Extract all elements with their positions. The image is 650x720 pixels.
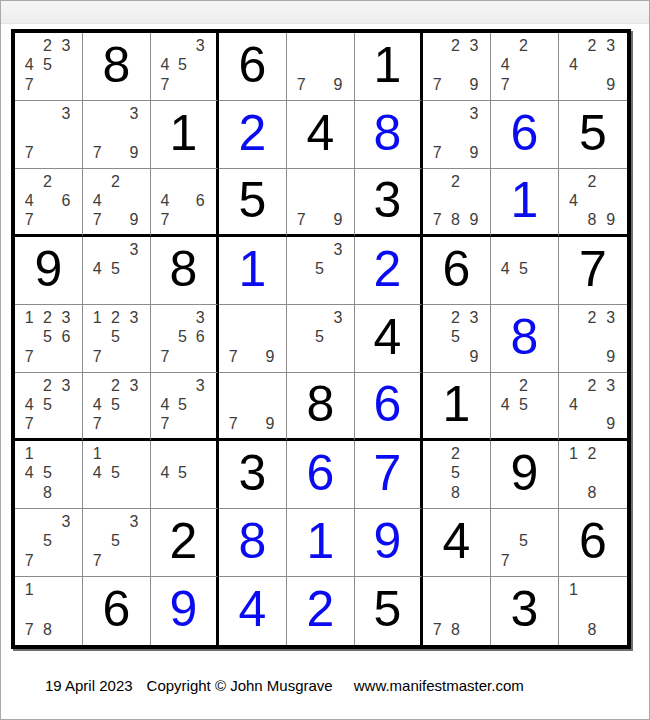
candidate-digit: 7: [428, 143, 446, 163]
candidate-digit: 3: [57, 104, 75, 124]
candidate-digit: 7: [20, 551, 38, 571]
candidate-digit: 8: [583, 620, 602, 640]
candidate-digit: 7: [20, 414, 38, 433]
cell-r5c7[interactable]: 2359: [423, 305, 491, 373]
candidate-digit: 4: [20, 56, 38, 76]
candidate-digit: 9: [261, 347, 279, 367]
cell-r2c9[interactable]: 5: [559, 101, 627, 169]
given-digit: 5: [579, 108, 607, 158]
candidate-digit: 5: [174, 328, 192, 348]
candidate-digit: 6: [57, 328, 75, 348]
candidates-grid: 79: [287, 169, 354, 234]
candidates-grid: 35: [287, 305, 354, 372]
cell-r5c6[interactable]: 4: [355, 305, 423, 373]
cell-r3c6[interactable]: 3: [355, 169, 423, 237]
cell-r8c3[interactable]: 2: [151, 509, 219, 577]
candidate-digit: 1: [88, 444, 106, 464]
candidates-grid: 467: [151, 169, 216, 234]
candidate-digit: 7: [20, 210, 38, 229]
candidates-grid: 23457: [83, 373, 150, 438]
candidate-digit: 2: [583, 444, 602, 464]
candidates-grid: 79: [287, 33, 354, 100]
candidate-digit: 3: [57, 308, 75, 328]
solved-digit: 2: [374, 244, 402, 294]
candidates-grid: 145: [83, 441, 150, 508]
solved-digit: 1: [307, 516, 335, 566]
candidate-digit: 2: [446, 172, 464, 191]
candidate-digit: 7: [88, 347, 106, 367]
given-digit: 6: [239, 40, 267, 90]
cell-r1c9[interactable]: 2349: [559, 33, 627, 101]
candidate-digit: 2: [106, 172, 124, 191]
candidate-digit: 3: [125, 376, 143, 395]
candidate-digit: 5: [174, 464, 192, 484]
cell-r1c7[interactable]: 2379: [423, 33, 491, 101]
given-digit: 9: [35, 244, 63, 294]
given-digit: 6: [443, 244, 471, 294]
solved-digit: 1: [239, 244, 267, 294]
candidate-digit: 4: [88, 464, 106, 484]
candidate-digit: 8: [38, 483, 56, 503]
candidate-digit: 5: [174, 395, 192, 414]
cell-r6c1[interactable]: 23457: [15, 373, 83, 441]
given-digit: 8: [103, 40, 131, 90]
candidate-digit: 3: [125, 240, 143, 260]
cell-r4c1[interactable]: 9: [15, 237, 83, 305]
candidate-digit: 9: [465, 347, 483, 367]
candidate-digit: 3: [125, 308, 143, 328]
candidate-digit: 7: [156, 75, 174, 95]
cell-r3c3[interactable]: 467: [151, 169, 219, 237]
given-digit: 4: [374, 312, 402, 362]
candidate-digit: 8: [38, 620, 56, 640]
cell-r8c4[interactable]: 8: [219, 509, 287, 577]
cell-r4c7[interactable]: 6: [423, 237, 491, 305]
candidate-digit: 7: [496, 75, 514, 95]
candidate-digit: 9: [601, 75, 620, 95]
candidate-digit: 5: [514, 395, 532, 414]
candidates-grid: 239: [559, 305, 627, 372]
cell-r6c9[interactable]: 2349: [559, 373, 627, 441]
cell-r8c1[interactable]: 357: [15, 509, 83, 577]
cell-r3c2[interactable]: 2479: [83, 169, 151, 237]
solved-digit: 8: [511, 312, 539, 362]
candidate-digit: 5: [514, 532, 532, 552]
cell-r2c2[interactable]: 379: [83, 101, 151, 169]
candidate-digit: 3: [57, 376, 75, 395]
cell-r6c3[interactable]: 3457: [151, 373, 219, 441]
candidate-digit: 3: [601, 36, 620, 56]
cell-r5c8[interactable]: 8: [491, 305, 559, 373]
solved-digit: 2: [307, 584, 335, 634]
given-digit: 6: [103, 584, 131, 634]
candidate-digit: 5: [310, 328, 328, 348]
cell-r9c3[interactable]: 9: [151, 577, 219, 645]
cell-r9c6[interactable]: 5: [355, 577, 423, 645]
candidate-digit: 4: [88, 260, 106, 280]
candidate-digit: 2: [38, 376, 56, 395]
candidate-digit: 4: [564, 56, 583, 76]
candidate-digit: 9: [465, 210, 483, 229]
cell-r8c9[interactable]: 6: [559, 509, 627, 577]
candidate-digit: 5: [38, 395, 56, 414]
candidate-digit: 7: [20, 75, 38, 95]
candidate-digit: 4: [156, 191, 174, 210]
candidate-digit: 4: [496, 56, 514, 76]
candidate-digit: 2: [514, 376, 532, 395]
candidate-digit: 5: [38, 56, 56, 76]
given-digit: 4: [307, 108, 335, 158]
given-digit: 9: [511, 448, 539, 498]
cell-r2c8[interactable]: 6: [491, 101, 559, 169]
cell-r3c1[interactable]: 2467: [15, 169, 83, 237]
cell-r6c5[interactable]: 8: [287, 373, 355, 441]
candidate-digit: 6: [191, 191, 209, 210]
candidate-digit: 9: [125, 143, 143, 163]
cell-r4c5[interactable]: 35: [287, 237, 355, 305]
cell-r9c2[interactable]: 6: [83, 577, 151, 645]
candidates-grid: 18: [559, 577, 627, 645]
candidate-digit: 2: [514, 36, 532, 56]
sudoku-grid: 2345783457679123792472349373791248379652…: [11, 29, 631, 649]
candidate-digit: 4: [156, 56, 174, 76]
candidate-digit: 2: [38, 308, 56, 328]
candidate-digit: 7: [156, 347, 174, 367]
candidate-digit: 2: [38, 36, 56, 56]
candidate-digit: 9: [601, 210, 620, 229]
candidates-grid: 245: [491, 373, 558, 438]
candidates-grid: 57: [491, 509, 558, 576]
candidate-digit: 3: [125, 512, 143, 532]
candidates-grid: 2379: [423, 33, 490, 100]
candidates-grid: 247: [491, 33, 558, 100]
candidate-digit: 2: [583, 36, 602, 56]
candidate-digit: 3: [329, 308, 347, 328]
cell-r1c5[interactable]: 79: [287, 33, 355, 101]
cell-r9c8[interactable]: 3: [491, 577, 559, 645]
cell-r9c4[interactable]: 4: [219, 577, 287, 645]
candidate-digit: 7: [20, 620, 38, 640]
cell-r4c9[interactable]: 7: [559, 237, 627, 305]
candidate-digit: 2: [106, 308, 124, 328]
cell-r7c3[interactable]: 45: [151, 441, 219, 509]
candidate-digit: 3: [465, 308, 483, 328]
solved-digit: 6: [307, 448, 335, 498]
cell-r2c3[interactable]: 1: [151, 101, 219, 169]
candidate-digit: 5: [446, 464, 464, 484]
cell-r6c4[interactable]: 79: [219, 373, 287, 441]
candidate-digit: 4: [88, 395, 106, 414]
candidate-digit: 9: [329, 75, 347, 95]
candidates-grid: 128: [559, 441, 627, 508]
candidate-digit: 5: [38, 464, 56, 484]
cell-r3c9[interactable]: 2489: [559, 169, 627, 237]
candidate-digit: 8: [583, 483, 602, 503]
cell-r4c8[interactable]: 45: [491, 237, 559, 305]
cell-r6c7[interactable]: 1: [423, 373, 491, 441]
cell-r4c4[interactable]: 1: [219, 237, 287, 305]
given-digit: 8: [170, 244, 198, 294]
candidate-digit: 5: [310, 260, 328, 280]
cell-r4c3[interactable]: 8: [151, 237, 219, 305]
solved-digit: 9: [374, 516, 402, 566]
cell-r6c2[interactable]: 23457: [83, 373, 151, 441]
candidate-digit: 9: [465, 143, 483, 163]
candidate-digit: 7: [496, 551, 514, 571]
candidates-grid: 258: [423, 441, 490, 508]
candidate-digit: 4: [88, 191, 106, 210]
candidates-grid: 23457: [15, 373, 82, 438]
candidates-grid: 2349: [559, 33, 627, 100]
candidate-digit: 5: [514, 260, 532, 280]
candidate-digit: 4: [20, 395, 38, 414]
candidate-digit: 4: [496, 260, 514, 280]
solved-digit: 1: [511, 175, 539, 225]
cell-r5c9[interactable]: 239: [559, 305, 627, 373]
candidate-digit: 3: [125, 104, 143, 124]
candidate-digit: 2: [38, 172, 56, 191]
cell-r8c5[interactable]: 1: [287, 509, 355, 577]
given-digit: 3: [239, 448, 267, 498]
cell-r2c6[interactable]: 8: [355, 101, 423, 169]
cell-r7c2[interactable]: 145: [83, 441, 151, 509]
cell-r3c8[interactable]: 1: [491, 169, 559, 237]
cell-r7c1[interactable]: 1458: [15, 441, 83, 509]
given-digit: 8: [307, 379, 335, 429]
candidate-digit: 2: [583, 172, 602, 191]
cell-r2c4[interactable]: 2: [219, 101, 287, 169]
candidate-digit: 4: [20, 464, 38, 484]
candidate-digit: 2: [583, 308, 602, 328]
cell-r2c5[interactable]: 4: [287, 101, 355, 169]
cell-r5c3[interactable]: 3567: [151, 305, 219, 373]
candidates-grid: 357: [83, 509, 150, 576]
cell-r9c1[interactable]: 178: [15, 577, 83, 645]
cell-r5c4[interactable]: 79: [219, 305, 287, 373]
cell-r9c7[interactable]: 78: [423, 577, 491, 645]
given-digit: 5: [239, 175, 267, 225]
cell-r1c6[interactable]: 1: [355, 33, 423, 101]
title-bar: [1, 1, 649, 24]
footer-date: 19 April 2023: [45, 677, 133, 694]
candidate-digit: 5: [106, 532, 124, 552]
cell-r7c7[interactable]: 258: [423, 441, 491, 509]
candidate-digit: 3: [329, 240, 347, 260]
candidate-digit: 8: [446, 483, 464, 503]
candidate-digit: 4: [20, 191, 38, 210]
candidates-grid: 1458: [15, 441, 82, 508]
candidate-digit: 3: [191, 308, 209, 328]
cell-r9c5[interactable]: 2: [287, 577, 355, 645]
candidates-grid: 3457: [151, 373, 216, 438]
solved-digit: 8: [239, 516, 267, 566]
candidate-digit: 8: [446, 620, 464, 640]
candidate-digit: 7: [20, 143, 38, 163]
cell-r7c8[interactable]: 9: [491, 441, 559, 509]
candidate-digit: 4: [156, 395, 174, 414]
cell-r5c5[interactable]: 35: [287, 305, 355, 373]
candidate-digit: 9: [125, 210, 143, 229]
candidate-digit: 3: [601, 376, 620, 395]
candidate-digit: 3: [191, 36, 209, 56]
candidate-digit: 7: [224, 347, 242, 367]
candidates-grid: 379: [423, 101, 490, 168]
candidate-digit: 9: [601, 414, 620, 433]
candidates-grid: 123567: [15, 305, 82, 372]
candidate-digit: 6: [191, 328, 209, 348]
cell-r3c7[interactable]: 2789: [423, 169, 491, 237]
cell-r7c4[interactable]: 3: [219, 441, 287, 509]
cell-r4c2[interactable]: 345: [83, 237, 151, 305]
candidate-digit: 6: [57, 191, 75, 210]
candidate-digit: 4: [564, 191, 583, 210]
candidates-grid: 35: [287, 237, 354, 304]
cell-r8c2[interactable]: 357: [83, 509, 151, 577]
candidate-digit: 3: [601, 308, 620, 328]
given-digit: 6: [579, 516, 607, 566]
candidates-grid: 2349: [559, 373, 627, 438]
candidate-digit: 5: [106, 328, 124, 348]
candidate-digit: 5: [446, 328, 464, 348]
candidates-grid: 2489: [559, 169, 627, 234]
candidate-digit: 7: [292, 210, 310, 229]
solved-digit: 9: [170, 584, 198, 634]
cell-r6c6[interactable]: 6: [355, 373, 423, 441]
candidate-digit: 9: [329, 210, 347, 229]
cell-r1c4[interactable]: 6: [219, 33, 287, 101]
candidate-digit: 7: [88, 551, 106, 571]
cell-r2c1[interactable]: 37: [15, 101, 83, 169]
candidate-digit: 5: [174, 56, 192, 76]
candidate-digit: 1: [20, 580, 38, 600]
candidate-digit: 8: [583, 210, 602, 229]
candidate-digit: 8: [446, 210, 464, 229]
candidate-digit: 5: [38, 532, 56, 552]
candidates-grid: 2467: [15, 169, 82, 234]
candidates-grid: 12357: [83, 305, 150, 372]
footer: 19 April 2023 Copyright © John Musgrave …: [45, 677, 524, 694]
candidate-digit: 7: [224, 414, 242, 433]
candidate-digit: 7: [20, 347, 38, 367]
given-digit: 2: [170, 516, 198, 566]
candidates-grid: 78: [423, 577, 490, 645]
solved-digit: 6: [374, 379, 402, 429]
given-digit: 3: [374, 175, 402, 225]
candidates-grid: 2789: [423, 169, 490, 234]
candidate-digit: 2: [446, 36, 464, 56]
candidate-digit: 5: [106, 260, 124, 280]
solved-digit: 4: [239, 584, 267, 634]
cell-r8c6[interactable]: 9: [355, 509, 423, 577]
candidate-digit: 5: [106, 464, 124, 484]
candidate-digit: 1: [88, 308, 106, 328]
candidates-grid: 37: [15, 101, 82, 168]
given-digit: 7: [579, 244, 607, 294]
candidate-digit: 1: [564, 580, 583, 600]
cell-r5c1[interactable]: 123567: [15, 305, 83, 373]
cell-r2c7[interactable]: 379: [423, 101, 491, 169]
sudoku-page: 2345783457679123792472349373791248379652…: [0, 0, 650, 720]
candidate-digit: 5: [38, 328, 56, 348]
solved-digit: 2: [239, 108, 267, 158]
candidate-digit: 7: [156, 414, 174, 433]
cell-r4c6[interactable]: 2: [355, 237, 423, 305]
cell-r1c1[interactable]: 23457: [15, 33, 83, 101]
candidate-digit: 9: [465, 75, 483, 95]
cell-r1c3[interactable]: 3457: [151, 33, 219, 101]
given-digit: 4: [443, 516, 471, 566]
solved-digit: 6: [511, 108, 539, 158]
candidates-grid: 79: [219, 373, 286, 438]
given-digit: 1: [374, 40, 402, 90]
given-digit: 5: [374, 584, 402, 634]
solved-digit: 7: [374, 448, 402, 498]
candidate-digit: 7: [88, 143, 106, 163]
candidate-digit: 3: [57, 36, 75, 56]
solved-digit: 8: [374, 108, 402, 158]
candidate-digit: 7: [428, 75, 446, 95]
candidate-digit: 7: [88, 210, 106, 229]
given-digit: 3: [511, 584, 539, 634]
candidates-grid: 357: [15, 509, 82, 576]
candidate-digit: 2: [583, 376, 602, 395]
candidate-digit: 4: [496, 395, 514, 414]
candidate-digit: 4: [156, 464, 174, 484]
candidate-digit: 7: [156, 210, 174, 229]
candidate-digit: 1: [20, 308, 38, 328]
candidate-digit: 7: [428, 210, 446, 229]
cell-r7c9[interactable]: 128: [559, 441, 627, 509]
cell-r1c2[interactable]: 8: [83, 33, 151, 101]
candidate-digit: 5: [106, 395, 124, 414]
candidate-digit: 3: [57, 512, 75, 532]
candidates-grid: 45: [491, 237, 558, 304]
candidates-grid: 178: [15, 577, 82, 645]
candidate-digit: 3: [465, 36, 483, 56]
cell-r6c8[interactable]: 245: [491, 373, 559, 441]
candidates-grid: 3457: [151, 33, 216, 100]
candidate-digit: 3: [465, 104, 483, 124]
cell-r5c2[interactable]: 12357: [83, 305, 151, 373]
cell-r8c7[interactable]: 4: [423, 509, 491, 577]
candidate-digit: 1: [20, 444, 38, 464]
candidate-digit: 2: [446, 308, 464, 328]
cell-r8c8[interactable]: 57: [491, 509, 559, 577]
candidate-digit: 9: [261, 414, 279, 433]
candidate-digit: 7: [292, 75, 310, 95]
cell-r1c8[interactable]: 247: [491, 33, 559, 101]
candidate-digit: 4: [564, 395, 583, 414]
cell-r3c4[interactable]: 5: [219, 169, 287, 237]
cell-r3c5[interactable]: 79: [287, 169, 355, 237]
given-digit: 1: [443, 379, 471, 429]
candidate-digit: 2: [106, 376, 124, 395]
candidate-digit: 7: [88, 414, 106, 433]
candidates-grid: 79: [219, 305, 286, 372]
candidates-grid: 45: [151, 441, 216, 508]
candidate-digit: 3: [191, 376, 209, 395]
given-digit: 1: [170, 108, 198, 158]
cell-r7c5[interactable]: 6: [287, 441, 355, 509]
cell-r7c6[interactable]: 7: [355, 441, 423, 509]
footer-website: www.manifestmaster.com: [354, 677, 524, 694]
candidates-grid: 3567: [151, 305, 216, 372]
candidate-digit: 2: [446, 444, 464, 464]
candidates-grid: 2479: [83, 169, 150, 234]
candidates-grid: 23457: [15, 33, 82, 100]
cell-r9c9[interactable]: 18: [559, 577, 627, 645]
footer-copyright: Copyright © John Musgrave: [147, 677, 333, 694]
